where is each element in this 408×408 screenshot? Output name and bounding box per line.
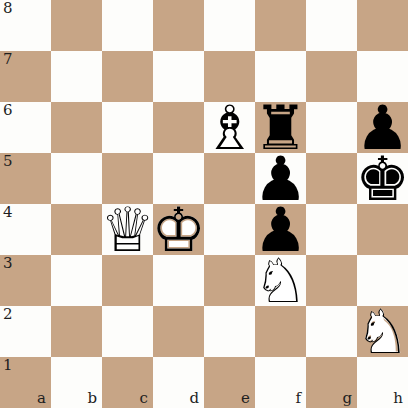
square-c6[interactable] <box>102 102 153 153</box>
file-label-b: b <box>87 391 97 406</box>
square-b6[interactable] <box>51 102 102 153</box>
square-a5[interactable]: 5 <box>0 153 51 204</box>
rank-label-2: 2 <box>3 307 13 322</box>
square-g4[interactable] <box>306 204 357 255</box>
piece-white-king[interactable]: ♚♔ <box>153 204 204 255</box>
file-label-a: a <box>37 391 46 406</box>
square-c1[interactable]: c <box>102 357 153 408</box>
rank-label-3: 3 <box>3 256 13 271</box>
square-d6[interactable] <box>153 102 204 153</box>
square-a4[interactable]: 4 <box>0 204 51 255</box>
white-queen-glyph: ♕ <box>102 204 153 255</box>
square-e3[interactable] <box>204 255 255 306</box>
rank-label-6: 6 <box>3 103 13 118</box>
square-g5[interactable] <box>306 153 357 204</box>
rank-label-1: 1 <box>3 358 13 373</box>
square-g6[interactable] <box>306 102 357 153</box>
square-b8[interactable] <box>51 0 102 51</box>
chess-board: 876♝♗♜♟5♟♚4♛♕♚♔♟3♞♘2♞♘1abcdefgh <box>0 0 408 408</box>
square-a1[interactable]: 1a <box>0 357 51 408</box>
square-g7[interactable] <box>306 51 357 102</box>
square-c7[interactable] <box>102 51 153 102</box>
square-e1[interactable]: e <box>204 357 255 408</box>
white-king-glyph: ♔ <box>153 204 204 255</box>
square-b3[interactable] <box>51 255 102 306</box>
rank-label-7: 7 <box>3 52 13 67</box>
square-a3[interactable]: 3 <box>0 255 51 306</box>
square-b7[interactable] <box>51 51 102 102</box>
piece-white-bishop[interactable]: ♝♗ <box>204 102 255 153</box>
piece-black-king[interactable]: ♚ <box>357 153 408 204</box>
white-bishop-glyph: ♗ <box>204 102 255 153</box>
rank-label-8: 8 <box>3 1 13 16</box>
square-d1[interactable]: d <box>153 357 204 408</box>
file-label-c: c <box>140 391 148 406</box>
square-c4[interactable]: ♛♕ <box>102 204 153 255</box>
file-label-h: h <box>393 391 403 406</box>
rank-label-4: 4 <box>3 205 13 220</box>
square-b1[interactable]: b <box>51 357 102 408</box>
square-c8[interactable] <box>102 0 153 51</box>
rank-label-5: 5 <box>3 154 13 169</box>
file-label-e: e <box>241 391 250 406</box>
piece-white-queen[interactable]: ♛♕ <box>102 204 153 255</box>
square-d4[interactable]: ♚♔ <box>153 204 204 255</box>
square-f8[interactable] <box>255 0 306 51</box>
square-h5[interactable]: ♚ <box>357 153 408 204</box>
square-e6[interactable]: ♝♗ <box>204 102 255 153</box>
square-d7[interactable] <box>153 51 204 102</box>
square-h8[interactable] <box>357 0 408 51</box>
white-knight-glyph: ♘ <box>255 255 306 306</box>
square-a6[interactable]: 6 <box>0 102 51 153</box>
square-g1[interactable]: g <box>306 357 357 408</box>
square-e2[interactable] <box>204 306 255 357</box>
square-b5[interactable] <box>51 153 102 204</box>
black-king-glyph: ♚ <box>357 153 408 204</box>
square-f3[interactable]: ♞♘ <box>255 255 306 306</box>
white-knight-glyph: ♘ <box>357 306 408 357</box>
square-c2[interactable] <box>102 306 153 357</box>
square-d2[interactable] <box>153 306 204 357</box>
file-label-d: d <box>189 391 199 406</box>
square-a2[interactable]: 2 <box>0 306 51 357</box>
square-h2[interactable]: ♞♘ <box>357 306 408 357</box>
square-a7[interactable]: 7 <box>0 51 51 102</box>
square-b4[interactable] <box>51 204 102 255</box>
piece-white-knight[interactable]: ♞♘ <box>255 255 306 306</box>
square-g3[interactable] <box>306 255 357 306</box>
square-g2[interactable] <box>306 306 357 357</box>
square-g8[interactable] <box>306 0 357 51</box>
square-a8[interactable]: 8 <box>0 0 51 51</box>
square-e4[interactable] <box>204 204 255 255</box>
square-d8[interactable] <box>153 0 204 51</box>
square-f1[interactable]: f <box>255 357 306 408</box>
piece-white-knight[interactable]: ♞♘ <box>357 306 408 357</box>
file-label-f: f <box>295 391 301 406</box>
square-e8[interactable] <box>204 0 255 51</box>
square-b2[interactable] <box>51 306 102 357</box>
file-label-g: g <box>342 391 352 406</box>
